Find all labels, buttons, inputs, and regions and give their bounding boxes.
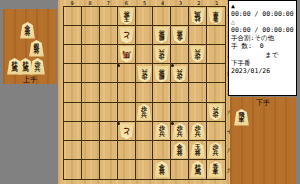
piece-kanji: と xyxy=(119,31,134,39)
board-square-6-1[interactable]: 玉 将 xyxy=(118,7,136,26)
board-square-2-4[interactable] xyxy=(189,64,207,83)
piece-kanji: 歩 兵 xyxy=(137,107,152,119)
board-square-3-4[interactable]: 歩 兵 xyxy=(171,64,189,83)
board-square-2-2[interactable] xyxy=(189,26,207,45)
board-square-9-6[interactable] xyxy=(64,103,82,122)
board-square-5-8[interactable] xyxy=(136,141,154,160)
board-square-1-2[interactable] xyxy=(207,26,225,45)
board-square-1-9[interactable]: 香 車 xyxy=(207,160,225,179)
piece-kanji: 歩 兵 xyxy=(190,48,205,60)
shogi-piece-shitate-歩[interactable]: 歩 兵 xyxy=(137,104,152,121)
board-square-6-6[interactable] xyxy=(118,103,136,122)
info-line-1: ▲ xyxy=(231,2,296,10)
board-square-7-2[interactable] xyxy=(100,26,118,45)
board-square-5-9[interactable] xyxy=(136,160,154,179)
shogi-piece-shitate-歩[interactable]: 歩 兵 xyxy=(190,123,205,140)
board-square-4-6[interactable] xyxy=(153,103,171,122)
board-square-1-3[interactable] xyxy=(207,45,225,64)
shogi-piece-uwate-歩[interactable]: 歩 兵 xyxy=(137,66,152,83)
piece-kanji: 歩 兵 xyxy=(208,105,223,117)
shitate-captured-pieces-stand[interactable]: 下手 飛 車 xyxy=(230,97,296,184)
board-square-9-2[interactable] xyxy=(64,26,82,45)
shogi-piece-uwate-歩[interactable]: 歩 兵 xyxy=(190,46,205,63)
info-line-2: 00:00 / 00:00:00 xyxy=(231,10,296,18)
board-square-4-8[interactable] xyxy=(153,141,171,160)
board-square-7-1[interactable] xyxy=(100,7,118,26)
board-square-9-9[interactable] xyxy=(64,160,82,179)
board-square-5-7[interactable] xyxy=(136,122,154,141)
info-line-3: △ xyxy=(231,18,296,26)
board-square-6-2[interactable]: と xyxy=(118,26,136,45)
piece-kanji: 桂 馬 xyxy=(190,165,205,177)
board-square-3-7[interactable]: 歩 兵 xyxy=(171,122,189,141)
board-square-2-8[interactable]: 玉 将 xyxy=(189,141,207,160)
board-square-4-9[interactable]: 金 将 xyxy=(153,160,171,179)
piece-kanji: 歩 兵 xyxy=(137,67,152,79)
shogi-piece-uwate-歩[interactable]: 歩 兵 xyxy=(208,104,223,121)
board-square-4-5[interactable] xyxy=(153,83,171,102)
board-square-9-1[interactable] xyxy=(64,7,82,26)
piece-kanji: 飛 車 xyxy=(234,113,249,125)
board-square-8-3[interactable] xyxy=(82,45,100,64)
shogi-piece-shitate-桂[interactable]: 桂 馬 xyxy=(190,161,205,178)
uwate-captured-pieces-stand[interactable]: 上手 金 将銀 将桂 馬桂 馬歩 兵 xyxy=(3,9,57,84)
board-square-3-8[interactable]: 金 将 xyxy=(171,141,189,160)
info-line-4: 00:00 / 00:00:00 xyxy=(231,26,296,34)
board-grid[interactable]: 玉 将桂 馬香 車と銀 将金 将馬歩 兵歩 兵歩 兵銀 将歩 兵歩 兵歩 兵と歩… xyxy=(63,6,226,180)
board-square-4-1[interactable] xyxy=(153,7,171,26)
piece-kanji: 桂 馬 xyxy=(190,10,205,22)
board-square-5-2[interactable] xyxy=(136,26,154,45)
shogi-piece-shitate-歩[interactable]: 歩 兵 xyxy=(172,123,187,140)
info-line-7: まで xyxy=(231,51,296,59)
board-square-2-9[interactable]: 桂 馬 xyxy=(189,160,207,179)
board-square-8-1[interactable] xyxy=(82,7,100,26)
piece-kanji: 歩 兵 xyxy=(172,67,187,79)
board-square-8-5[interactable] xyxy=(82,83,100,102)
board-square-2-3[interactable]: 歩 兵 xyxy=(189,45,207,64)
shogi-piece-uwate-銀[interactable]: 銀 将 xyxy=(154,27,169,44)
board-square-4-7[interactable]: 歩 兵 xyxy=(153,122,171,141)
game-info-panel: ▲00:00 / 00:00:00△00:00 / 00:00:00手合割:その… xyxy=(228,0,297,96)
board-square-2-6[interactable] xyxy=(189,103,207,122)
piece-kanji: 歩 兵 xyxy=(154,48,169,60)
board-square-7-8[interactable] xyxy=(100,141,118,160)
board-square-4-2[interactable]: 銀 将 xyxy=(153,26,171,45)
piece-kanji: 銀 将 xyxy=(29,44,44,56)
info-line-9: 2023/01/26 xyxy=(231,67,296,75)
board-square-5-3[interactable] xyxy=(136,45,154,64)
board-square-7-3[interactable] xyxy=(100,45,118,64)
board-square-8-7[interactable] xyxy=(82,122,100,141)
piece-kanji: 玉 将 xyxy=(119,10,134,22)
board-square-7-9[interactable] xyxy=(100,160,118,179)
board-square-6-9[interactable] xyxy=(118,160,136,179)
board-square-3-3[interactable] xyxy=(171,45,189,64)
board-square-9-3[interactable] xyxy=(64,45,82,64)
piece-kanji: 銀 将 xyxy=(154,29,169,41)
info-line-5: 手合割:その他 xyxy=(231,34,296,42)
board-square-8-8[interactable] xyxy=(82,141,100,160)
piece-kanji: 歩 兵 xyxy=(172,126,187,138)
board-square-3-5[interactable] xyxy=(171,83,189,102)
shogi-piece-uwate-馬[interactable]: 馬 xyxy=(119,46,134,63)
board-square-4-3[interactable]: 歩 兵 xyxy=(153,45,171,64)
piece-kanji: と xyxy=(119,126,134,134)
board-square-5-1[interactable] xyxy=(136,7,154,26)
shogi-piece-shitate-金[interactable]: 金 将 xyxy=(20,22,35,39)
shogi-piece-uwate-銀[interactable]: 銀 将 xyxy=(154,66,169,83)
piece-kanji: 金 将 xyxy=(154,165,169,177)
uwate-stand-label: 上手 xyxy=(3,76,57,83)
shogi-piece-uwate-と[interactable]: と xyxy=(119,27,134,44)
piece-kanji: 馬 xyxy=(119,50,134,58)
board-square-1-8[interactable]: 歩 兵 xyxy=(207,141,225,160)
shogi-piece-shitate-玉[interactable]: 玉 将 xyxy=(190,142,205,159)
shitate-stand-label: 下手 xyxy=(230,99,296,106)
piece-kanji: 香 車 xyxy=(208,165,223,177)
board-square-3-2[interactable]: 金 将 xyxy=(171,26,189,45)
board-square-6-7[interactable]: と xyxy=(118,122,136,141)
board-square-6-8[interactable] xyxy=(118,141,136,160)
board-square-3-6[interactable] xyxy=(171,103,189,122)
shogi-piece-uwate-玉[interactable]: 玉 将 xyxy=(119,8,134,25)
piece-kanji: 金 将 xyxy=(172,145,187,157)
piece-kanji: 歩 兵 xyxy=(208,145,223,157)
board-square-2-1[interactable]: 桂 馬 xyxy=(189,7,207,26)
shogi-piece-uwate-歩[interactable]: 歩 兵 xyxy=(154,46,169,63)
piece-kanji: 金 将 xyxy=(20,26,35,38)
board-square-5-5[interactable] xyxy=(136,83,154,102)
board-square-3-9[interactable] xyxy=(171,160,189,179)
board-square-7-4[interactable] xyxy=(100,64,118,83)
piece-kanji: 歩 兵 xyxy=(30,62,45,74)
board-square-1-4[interactable] xyxy=(207,64,225,83)
board-square-3-1[interactable] xyxy=(171,7,189,26)
board-square-1-7[interactable] xyxy=(207,122,225,141)
piece-kanji: 玉 将 xyxy=(190,145,205,157)
piece-kanji: 歩 兵 xyxy=(154,126,169,138)
shogi-piece-shitate-金[interactable]: 金 将 xyxy=(172,142,187,159)
board-square-6-3[interactable]: 馬 xyxy=(118,45,136,64)
board-square-4-4[interactable]: 銀 将 xyxy=(153,64,171,83)
board-square-1-6[interactable]: 歩 兵 xyxy=(207,103,225,122)
shogi-board: 987654321 玉 将桂 馬香 車と銀 将金 将馬歩 兵歩 兵歩 兵銀 将歩… xyxy=(58,0,230,184)
board-square-1-1[interactable]: 香 車 xyxy=(207,7,225,26)
shogi-piece-shitate-歩[interactable]: 歩 兵 xyxy=(30,58,45,75)
board-square-5-4[interactable]: 歩 兵 xyxy=(136,64,154,83)
board-square-8-4[interactable] xyxy=(82,64,100,83)
shogi-piece-uwate-桂[interactable]: 桂 馬 xyxy=(190,8,205,25)
board-square-8-6[interactable] xyxy=(82,103,100,122)
board-square-2-7[interactable]: 歩 兵 xyxy=(189,122,207,141)
info-line-8: 下手番 xyxy=(231,59,296,67)
shogi-piece-shitate-金[interactable]: 金 将 xyxy=(154,161,169,178)
shogi-piece-shitate-銀[interactable]: 銀 将 xyxy=(29,40,44,57)
piece-kanji: 銀 将 xyxy=(154,67,169,79)
info-line-6: 手 数: 0 xyxy=(231,42,296,50)
shogi-piece-uwate-香[interactable]: 香 車 xyxy=(208,8,223,25)
shogi-app-window: 上手 金 将銀 将桂 馬桂 馬歩 兵 987654321 玉 将桂 馬香 車と銀… xyxy=(0,0,300,184)
board-square-7-6[interactable] xyxy=(100,103,118,122)
shogi-piece-uwate-歩[interactable]: 歩 兵 xyxy=(172,66,187,83)
shogi-piece-shitate-歩[interactable]: 歩 兵 xyxy=(154,123,169,140)
board-square-9-4[interactable] xyxy=(64,64,82,83)
board-square-6-5[interactable] xyxy=(118,83,136,102)
board-square-1-5[interactable] xyxy=(207,83,225,102)
board-square-8-2[interactable] xyxy=(82,26,100,45)
shogi-piece-uwate-金[interactable]: 金 将 xyxy=(172,27,187,44)
shogi-piece-shitate-飛[interactable]: 飛 車 xyxy=(234,109,249,126)
shogi-piece-shitate-香[interactable]: 香 車 xyxy=(208,161,223,178)
piece-kanji: 歩 兵 xyxy=(190,126,205,138)
shogi-piece-shitate-歩[interactable]: 歩 兵 xyxy=(208,142,223,159)
piece-kanji: 香 車 xyxy=(208,10,223,22)
board-square-9-5[interactable] xyxy=(64,83,82,102)
piece-kanji: 金 将 xyxy=(172,29,187,41)
board-square-6-4[interactable] xyxy=(118,64,136,83)
board-square-7-7[interactable] xyxy=(100,122,118,141)
board-square-8-9[interactable] xyxy=(82,160,100,179)
board-square-7-5[interactable] xyxy=(100,83,118,102)
shogi-piece-uwate-と[interactable]: と xyxy=(119,123,134,140)
board-square-5-6[interactable]: 歩 兵 xyxy=(136,103,154,122)
board-square-9-8[interactable] xyxy=(64,141,82,160)
board-square-2-5[interactable] xyxy=(189,83,207,102)
board-square-9-7[interactable] xyxy=(64,122,82,141)
